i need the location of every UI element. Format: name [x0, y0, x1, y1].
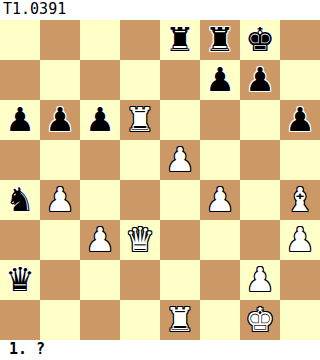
- square-b2[interactable]: [40, 260, 80, 300]
- square-a3[interactable]: [0, 220, 40, 260]
- piece-white-king[interactable]: ♚: [245, 300, 275, 340]
- piece-white-pawn[interactable]: ♟: [85, 220, 115, 260]
- square-d8[interactable]: [120, 20, 160, 60]
- square-d3[interactable]: ♛: [120, 220, 160, 260]
- piece-white-pawn[interactable]: ♟: [165, 140, 195, 180]
- square-c1[interactable]: [80, 300, 120, 340]
- square-b1[interactable]: [40, 300, 80, 340]
- square-b8[interactable]: [40, 20, 80, 60]
- square-c6[interactable]: ♟: [80, 100, 120, 140]
- square-b7[interactable]: [40, 60, 80, 100]
- square-c3[interactable]: ♟: [80, 220, 120, 260]
- piece-black-pawn[interactable]: ♟: [285, 100, 315, 140]
- square-a6[interactable]: ♟: [0, 100, 40, 140]
- piece-black-pawn[interactable]: ♟: [45, 100, 75, 140]
- piece-white-pawn[interactable]: ♟: [285, 220, 315, 260]
- square-c2[interactable]: [80, 260, 120, 300]
- square-h6[interactable]: ♟: [280, 100, 320, 140]
- square-f6[interactable]: [200, 100, 240, 140]
- square-g6[interactable]: [240, 100, 280, 140]
- square-c5[interactable]: [80, 140, 120, 180]
- square-g8[interactable]: ♚: [240, 20, 280, 60]
- square-d5[interactable]: [120, 140, 160, 180]
- square-e8[interactable]: ♜: [160, 20, 200, 60]
- page-title: T1.0391: [0, 0, 320, 20]
- square-h2[interactable]: [280, 260, 320, 300]
- piece-black-knight[interactable]: ♞: [5, 180, 35, 220]
- piece-white-pawn[interactable]: ♟: [245, 260, 275, 300]
- square-c4[interactable]: [80, 180, 120, 220]
- square-h8[interactable]: [280, 20, 320, 60]
- square-c8[interactable]: [80, 20, 120, 60]
- square-d7[interactable]: [120, 60, 160, 100]
- piece-black-pawn[interactable]: ♟: [205, 60, 235, 100]
- square-f7[interactable]: ♟: [200, 60, 240, 100]
- square-e2[interactable]: [160, 260, 200, 300]
- chess-board: ♜♜♚♟♟♟♟♟♜♟♟♞♟♟♝♟♛♟♛♟♜♚: [0, 20, 320, 340]
- piece-black-rook[interactable]: ♜: [165, 20, 195, 60]
- square-d4[interactable]: [120, 180, 160, 220]
- square-h1[interactable]: [280, 300, 320, 340]
- piece-black-pawn[interactable]: ♟: [85, 100, 115, 140]
- piece-white-queen[interactable]: ♛: [125, 220, 155, 260]
- square-g1[interactable]: ♚: [240, 300, 280, 340]
- square-a5[interactable]: [0, 140, 40, 180]
- square-d1[interactable]: [120, 300, 160, 340]
- square-f1[interactable]: [200, 300, 240, 340]
- piece-white-rook[interactable]: ♜: [125, 100, 155, 140]
- square-h3[interactable]: ♟: [280, 220, 320, 260]
- square-e4[interactable]: [160, 180, 200, 220]
- piece-black-rook[interactable]: ♜: [205, 20, 235, 60]
- square-b5[interactable]: [40, 140, 80, 180]
- square-b3[interactable]: [40, 220, 80, 260]
- square-c7[interactable]: [80, 60, 120, 100]
- piece-white-rook[interactable]: ♜: [165, 300, 195, 340]
- piece-white-bishop[interactable]: ♝: [285, 180, 315, 220]
- square-a7[interactable]: [0, 60, 40, 100]
- square-d6[interactable]: ♜: [120, 100, 160, 140]
- square-g3[interactable]: [240, 220, 280, 260]
- square-b6[interactable]: ♟: [40, 100, 80, 140]
- square-a2[interactable]: ♛: [0, 260, 40, 300]
- square-h7[interactable]: [280, 60, 320, 100]
- square-f8[interactable]: ♜: [200, 20, 240, 60]
- square-e3[interactable]: [160, 220, 200, 260]
- piece-white-pawn[interactable]: ♟: [45, 180, 75, 220]
- square-e6[interactable]: [160, 100, 200, 140]
- square-e5[interactable]: ♟: [160, 140, 200, 180]
- square-g2[interactable]: ♟: [240, 260, 280, 300]
- square-b4[interactable]: ♟: [40, 180, 80, 220]
- square-f2[interactable]: [200, 260, 240, 300]
- square-e7[interactable]: [160, 60, 200, 100]
- square-a1[interactable]: [0, 300, 40, 340]
- square-a8[interactable]: [0, 20, 40, 60]
- move-prompt: 1. ?: [0, 340, 320, 360]
- square-g5[interactable]: [240, 140, 280, 180]
- piece-black-king[interactable]: ♚: [245, 20, 275, 60]
- square-f4[interactable]: ♟: [200, 180, 240, 220]
- square-g4[interactable]: [240, 180, 280, 220]
- square-f5[interactable]: [200, 140, 240, 180]
- square-h4[interactable]: ♝: [280, 180, 320, 220]
- square-f3[interactable]: [200, 220, 240, 260]
- square-g7[interactable]: ♟: [240, 60, 280, 100]
- square-d2[interactable]: [120, 260, 160, 300]
- piece-black-pawn[interactable]: ♟: [245, 60, 275, 100]
- piece-white-pawn[interactable]: ♟: [205, 180, 235, 220]
- piece-black-queen[interactable]: ♛: [5, 260, 35, 300]
- square-e1[interactable]: ♜: [160, 300, 200, 340]
- square-a4[interactable]: ♞: [0, 180, 40, 220]
- piece-black-pawn[interactable]: ♟: [5, 100, 35, 140]
- square-h5[interactable]: [280, 140, 320, 180]
